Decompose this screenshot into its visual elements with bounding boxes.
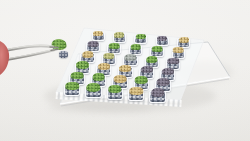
moss-clump [71,72,84,80]
moss-clump [108,85,122,94]
moss-clump [92,73,105,81]
tray-well [128,87,145,102]
tray-well [113,32,126,43]
moss-clump [173,47,184,53]
substrate-plug [59,51,68,58]
tray-well [134,34,147,45]
moss-clump [88,41,99,47]
moss-clump [119,65,131,72]
tray-well [107,85,124,100]
moss-clump [129,87,143,96]
held-moss-plug [48,39,69,58]
moss-clump [151,88,165,97]
moss-clump [157,36,167,42]
moss-clump [103,53,114,60]
specimen-tray-grid [0,0,250,141]
moss-clump [130,44,141,50]
photo-stage [0,0,250,141]
tray-well [64,82,81,97]
moss-clump [135,76,148,84]
moss-clump [65,82,79,91]
moss-clump [179,37,189,43]
moss-clump [152,46,163,52]
moss-clump [141,66,153,73]
moss-clump [93,31,103,37]
moss-clump [109,43,120,49]
moss-clump [146,56,157,63]
moss-clump [167,58,178,65]
tray-well [92,31,105,42]
moss-clump [114,75,127,83]
moss-clump [98,63,110,70]
moss-clump [114,32,124,38]
moss-clump [125,54,136,61]
tray-well [177,37,190,48]
moss-clump [156,78,169,86]
tray-well [156,36,169,47]
moss-clump [51,39,66,50]
moss-clump [162,68,174,75]
tray-well [149,88,166,103]
moss-clump [136,34,146,40]
moss-clump [87,83,101,92]
moss-clump [82,51,93,58]
moss-clump [76,61,88,68]
tray-well [85,83,102,98]
